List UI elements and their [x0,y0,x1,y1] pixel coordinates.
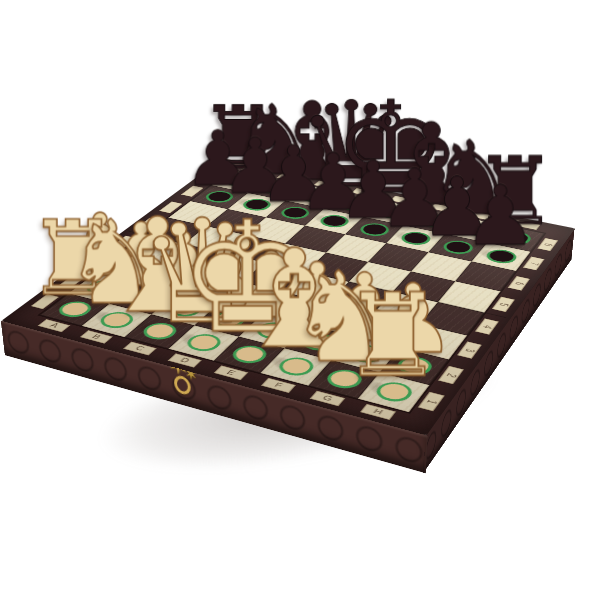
coordinate-tile-face: 5 [492,297,515,313]
coordinate-label: B [90,334,102,341]
coordinate-label: C [134,345,147,352]
coordinate-label: H [372,408,385,416]
chess-scene: ABCDEFGH 87654321 ♜♞♝♛♚♝♞♜♟♟♟♟♟♟♟♟♟♟♟♟♟♟… [0,0,600,599]
coordinate-label: A [48,322,60,328]
chess-board: ABCDEFGH 87654321 ♜♞♝♛♚♝♞♜♟♟♟♟♟♟♟♟♟♟♟♟♟♟… [1,158,576,436]
coordinate-label: 5 [497,302,509,307]
coordinate-label: F [273,382,285,389]
piece-glyph: ♜ [311,278,474,392]
coordinate-label: E [225,369,237,376]
coordinate-label: G [321,394,334,402]
piece-glyph: ♟ [431,174,568,256]
coordinate-label: 6 [513,281,525,286]
coordinate-label: 7 [528,261,539,265]
coordinate-tile-face: 6 [508,276,530,291]
coordinate-label: 1 [425,398,438,404]
photo-backdrop: ABCDEFGH 87654321 ♜♞♝♛♚♝♞♜♟♟♟♟♟♟♟♟♟♟♟♟♟♟… [0,0,600,599]
